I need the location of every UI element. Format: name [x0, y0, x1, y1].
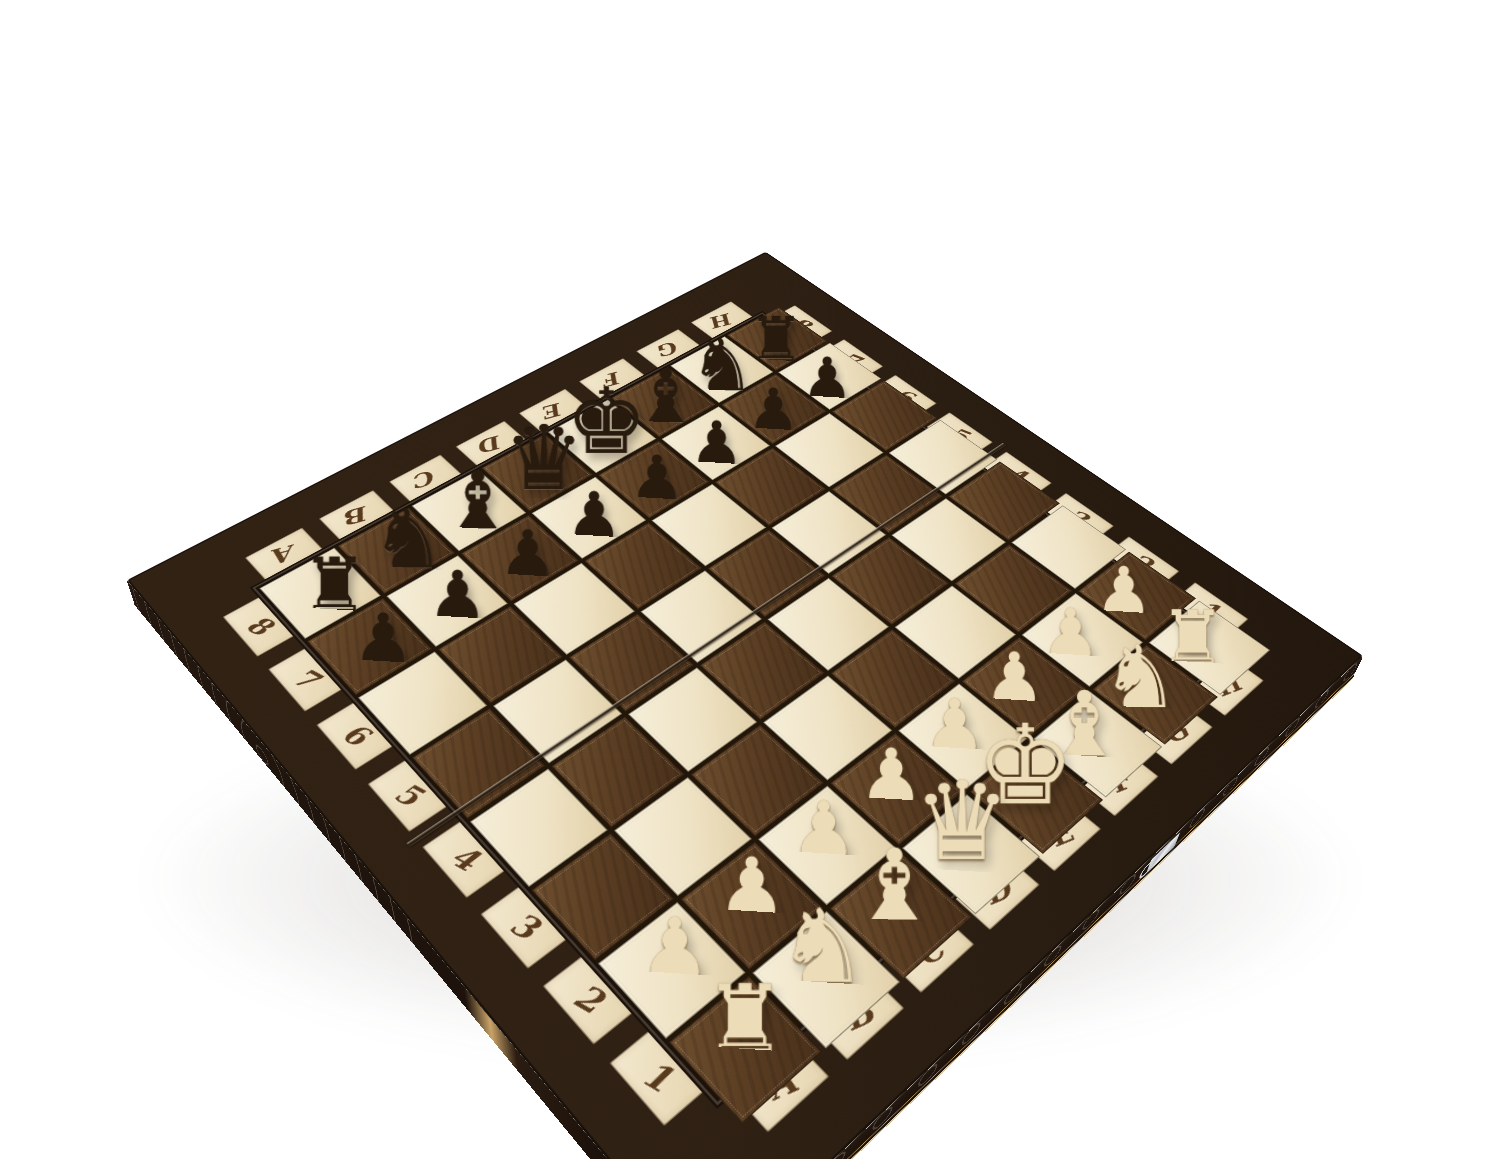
file-label-F: F [599, 368, 626, 390]
file-label-H: H [707, 309, 739, 330]
rank-label-5: 5 [387, 776, 429, 813]
file-label-G: G [1153, 714, 1196, 749]
file-label-C: C [907, 929, 951, 973]
file-label-A: A [758, 1059, 803, 1109]
black-pawn-glyph: ♟ [428, 563, 488, 630]
rank-label-3: 3 [502, 905, 546, 948]
rank-label-1: 1 [635, 1052, 680, 1101]
file-label-H: H [1205, 668, 1249, 702]
file-label-D: D [476, 431, 507, 456]
chess-board: ABCDEFGH ABCDEFGH 87654321 87654321 ♜♞♝♛… [127, 252, 1364, 1159]
black-pawn-glyph: ♟ [352, 606, 414, 675]
rank-label-7: 7 [285, 662, 326, 695]
rank-label-6: 6 [335, 718, 376, 753]
scene: ABCDEFGH ABCDEFGH 87654321 87654321 ♜♞♝♛… [0, 0, 1500, 1159]
product-photo-stage: ABCDEFGH ABCDEFGH 87654321 87654321 ♜♞♝♛… [0, 0, 1500, 1159]
file-label-D: D [974, 870, 1019, 912]
piece-black-pawn-a7[interactable]: ♟ [338, 574, 427, 674]
rank-label-2: 2 [566, 976, 610, 1022]
file-label-E: E [539, 399, 568, 422]
rank-label-cell-7: 7 [268, 647, 344, 712]
rank-label-cell-8: 8 [223, 596, 296, 657]
file-label-cell-F: F [1078, 748, 1158, 816]
rank-label-4: 4 [443, 838, 486, 878]
file-label-F: F [1099, 764, 1139, 800]
file-label-C: C [411, 465, 441, 491]
file-label-E: E [1039, 815, 1081, 854]
file-label-G: G [654, 338, 684, 360]
file-label-B: B [834, 991, 880, 1039]
rank-label-8: 8 [239, 610, 279, 641]
piece-white-rook-a1[interactable]: ♜ [691, 944, 800, 1065]
